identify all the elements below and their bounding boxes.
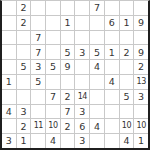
cell-r6c3[interactable]: 7 — [46, 90, 60, 104]
cell-r8c5[interactable]: 6 — [75, 119, 89, 133]
cell-r5c6[interactable] — [90, 75, 104, 89]
fillomino-board: 2721619775351295359421541372145343732111… — [0, 0, 150, 150]
cell-r1c7[interactable]: 6 — [105, 16, 119, 30]
cell-r2c8[interactable] — [120, 31, 134, 45]
cell-r9c1[interactable]: 1 — [17, 134, 31, 148]
cell-r3c0[interactable] — [2, 45, 16, 59]
cell-r4c1[interactable]: 5 — [17, 60, 31, 74]
cell-r2c4[interactable] — [61, 31, 75, 45]
cell-r8c8[interactable]: 10 — [120, 119, 134, 133]
cell-r6c1[interactable] — [17, 90, 31, 104]
cell-r0c4[interactable] — [61, 1, 75, 15]
cell-r1c5[interactable] — [75, 16, 89, 30]
cell-r1c9[interactable]: 9 — [134, 16, 148, 30]
cell-r8c0[interactable] — [2, 119, 16, 133]
cell-r1c3[interactable] — [46, 16, 60, 30]
cell-r6c8[interactable]: 5 — [120, 90, 134, 104]
cell-r5c1[interactable] — [17, 75, 31, 89]
cell-r8c1[interactable]: 2 — [17, 119, 31, 133]
cell-r1c2[interactable] — [31, 16, 45, 30]
cell-r0c6[interactable]: 7 — [90, 1, 104, 15]
cell-r6c5[interactable]: 14 — [75, 90, 89, 104]
cell-r9c3[interactable]: 4 — [46, 134, 60, 148]
cell-r2c7[interactable] — [105, 31, 119, 45]
cell-r7c2[interactable] — [31, 105, 45, 119]
cell-r3c2[interactable]: 7 — [31, 45, 45, 59]
cell-r2c6[interactable] — [90, 31, 104, 45]
cell-r8c7[interactable] — [105, 119, 119, 133]
cell-r4c7[interactable] — [105, 60, 119, 74]
cell-r4c3[interactable]: 5 — [46, 60, 60, 74]
cell-r6c0[interactable] — [2, 90, 16, 104]
cell-r7c6[interactable] — [90, 105, 104, 119]
cell-r2c3[interactable] — [46, 31, 60, 45]
cell-r4c4[interactable]: 9 — [61, 60, 75, 74]
cell-r8c6[interactable]: 4 — [90, 119, 104, 133]
cell-r2c0[interactable] — [2, 31, 16, 45]
cell-r7c7[interactable] — [105, 105, 119, 119]
cell-r9c9[interactable]: 1 — [134, 134, 148, 148]
cell-r1c1[interactable]: 2 — [17, 16, 31, 30]
cell-r7c8[interactable] — [120, 105, 134, 119]
cell-r8c9[interactable]: 10 — [134, 119, 148, 133]
cell-r4c5[interactable] — [75, 60, 89, 74]
cell-r7c1[interactable]: 3 — [17, 105, 31, 119]
cell-r0c5[interactable] — [75, 1, 89, 15]
cell-r8c2[interactable]: 11 — [31, 119, 45, 133]
cell-r0c0[interactable] — [2, 1, 16, 15]
cell-r8c3[interactable]: 10 — [46, 119, 60, 133]
cell-r5c2[interactable]: 5 — [31, 75, 45, 89]
cell-r5c9[interactable]: 13 — [134, 75, 148, 89]
cell-r0c1[interactable]: 2 — [17, 1, 31, 15]
cell-r3c5[interactable]: 3 — [75, 45, 89, 59]
cell-r8c4[interactable]: 2 — [61, 119, 75, 133]
cell-r0c3[interactable] — [46, 1, 60, 15]
cell-r3c9[interactable]: 9 — [134, 45, 148, 59]
cell-r4c0[interactable] — [2, 60, 16, 74]
cell-r4c2[interactable]: 3 — [31, 60, 45, 74]
cell-r3c1[interactable] — [17, 45, 31, 59]
cell-r9c6[interactable] — [90, 134, 104, 148]
cell-r4c9[interactable]: 2 — [134, 60, 148, 74]
cell-r9c5[interactable]: 3 — [75, 134, 89, 148]
cell-r1c4[interactable]: 1 — [61, 16, 75, 30]
cell-r9c8[interactable]: 4 — [120, 134, 134, 148]
cell-r5c0[interactable]: 1 — [2, 75, 16, 89]
cell-r1c8[interactable]: 1 — [120, 16, 134, 30]
cell-r6c7[interactable] — [105, 90, 119, 104]
cell-r5c5[interactable] — [75, 75, 89, 89]
cell-r7c9[interactable] — [134, 105, 148, 119]
cell-r3c3[interactable] — [46, 45, 60, 59]
cell-r3c6[interactable]: 5 — [90, 45, 104, 59]
cell-r0c8[interactable] — [120, 1, 134, 15]
cell-r9c4[interactable] — [61, 134, 75, 148]
cell-r6c9[interactable]: 3 — [134, 90, 148, 104]
cell-r6c6[interactable] — [90, 90, 104, 104]
cell-r7c3[interactable] — [46, 105, 60, 119]
cell-r4c8[interactable] — [120, 60, 134, 74]
cell-r2c5[interactable] — [75, 31, 89, 45]
cell-r7c4[interactable]: 7 — [61, 105, 75, 119]
cell-r0c7[interactable] — [105, 1, 119, 15]
cell-r1c6[interactable] — [90, 16, 104, 30]
cell-r5c3[interactable] — [46, 75, 60, 89]
cell-r6c4[interactable]: 2 — [61, 90, 75, 104]
cell-r6c2[interactable] — [31, 90, 45, 104]
cell-r0c9[interactable] — [134, 1, 148, 15]
cell-r9c2[interactable] — [31, 134, 45, 148]
cell-r0c2[interactable] — [31, 1, 45, 15]
cell-r3c4[interactable]: 5 — [61, 45, 75, 59]
cell-r5c7[interactable]: 4 — [105, 75, 119, 89]
cell-r5c4[interactable] — [61, 75, 75, 89]
cell-r2c2[interactable]: 7 — [31, 31, 45, 45]
cell-r3c7[interactable]: 1 — [105, 45, 119, 59]
cell-r2c9[interactable] — [134, 31, 148, 45]
cell-r5c8[interactable] — [120, 75, 134, 89]
cell-r7c0[interactable]: 4 — [2, 105, 16, 119]
cell-r2c1[interactable] — [17, 31, 31, 45]
cell-r1c0[interactable] — [2, 16, 16, 30]
cell-r7c5[interactable]: 3 — [75, 105, 89, 119]
cell-r9c7[interactable] — [105, 134, 119, 148]
cell-r3c8[interactable]: 2 — [120, 45, 134, 59]
cell-r9c0[interactable]: 3 — [2, 134, 16, 148]
cell-r4c6[interactable]: 4 — [90, 60, 104, 74]
